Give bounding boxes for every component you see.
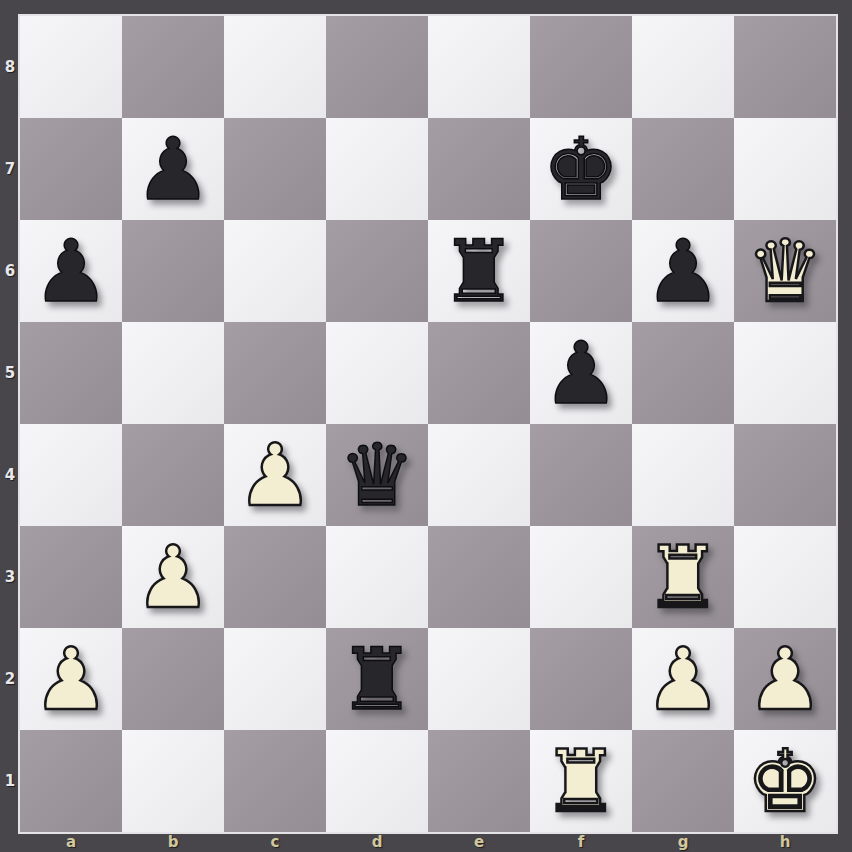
square-e2[interactable] <box>428 628 530 730</box>
square-d4[interactable]: ♛ <box>326 424 428 526</box>
rank-label-3: 3 <box>0 526 20 628</box>
square-e4[interactable] <box>428 424 530 526</box>
board-frame: 87654321 ♟♚♟♜♟♛♟♟♛♟♜♟♜♟♟♜♚ abcdefgh <box>0 0 852 852</box>
rank-label-8: 8 <box>0 16 20 118</box>
square-b6[interactable] <box>122 220 224 322</box>
square-d5[interactable] <box>326 322 428 424</box>
square-g7[interactable] <box>632 118 734 220</box>
piece-black-pawn[interactable]: ♟ <box>530 322 632 424</box>
square-f3[interactable] <box>530 526 632 628</box>
square-d7[interactable] <box>326 118 428 220</box>
square-e8[interactable] <box>428 16 530 118</box>
file-labels: abcdefgh <box>20 832 836 852</box>
square-h2[interactable]: ♟ <box>734 628 836 730</box>
file-label-b: b <box>122 832 224 852</box>
square-a7[interactable] <box>20 118 122 220</box>
file-label-h: h <box>734 832 836 852</box>
square-b4[interactable] <box>122 424 224 526</box>
square-f5[interactable]: ♟ <box>530 322 632 424</box>
square-b5[interactable] <box>122 322 224 424</box>
square-h5[interactable] <box>734 322 836 424</box>
square-g1[interactable] <box>632 730 734 832</box>
square-c8[interactable] <box>224 16 326 118</box>
square-g4[interactable] <box>632 424 734 526</box>
square-a1[interactable] <box>20 730 122 832</box>
square-a5[interactable] <box>20 322 122 424</box>
file-label-c: c <box>224 832 326 852</box>
square-d3[interactable] <box>326 526 428 628</box>
square-b7[interactable]: ♟ <box>122 118 224 220</box>
square-c7[interactable] <box>224 118 326 220</box>
square-a3[interactable] <box>20 526 122 628</box>
square-b8[interactable] <box>122 16 224 118</box>
rank-label-6: 6 <box>0 220 20 322</box>
piece-black-rook[interactable]: ♜ <box>326 628 428 730</box>
chess-board: ♟♚♟♜♟♛♟♟♛♟♜♟♜♟♟♜♚ <box>20 16 836 832</box>
square-d2[interactable]: ♜ <box>326 628 428 730</box>
square-a4[interactable] <box>20 424 122 526</box>
piece-white-pawn[interactable]: ♟ <box>632 628 734 730</box>
square-c5[interactable] <box>224 322 326 424</box>
piece-white-pawn[interactable]: ♟ <box>224 424 326 526</box>
rank-label-2: 2 <box>0 628 20 730</box>
square-d8[interactable] <box>326 16 428 118</box>
square-h4[interactable] <box>734 424 836 526</box>
file-label-d: d <box>326 832 428 852</box>
square-e3[interactable] <box>428 526 530 628</box>
square-c2[interactable] <box>224 628 326 730</box>
square-b3[interactable]: ♟ <box>122 526 224 628</box>
square-f6[interactable] <box>530 220 632 322</box>
piece-white-pawn[interactable]: ♟ <box>122 526 224 628</box>
square-e6[interactable]: ♜ <box>428 220 530 322</box>
file-label-a: a <box>20 832 122 852</box>
square-g5[interactable] <box>632 322 734 424</box>
file-label-e: e <box>428 832 530 852</box>
piece-black-pawn[interactable]: ♟ <box>20 220 122 322</box>
square-a6[interactable]: ♟ <box>20 220 122 322</box>
square-a8[interactable] <box>20 16 122 118</box>
file-label-f: f <box>530 832 632 852</box>
square-g6[interactable]: ♟ <box>632 220 734 322</box>
square-c4[interactable]: ♟ <box>224 424 326 526</box>
square-b2[interactable] <box>122 628 224 730</box>
square-f8[interactable] <box>530 16 632 118</box>
square-e1[interactable] <box>428 730 530 832</box>
square-g2[interactable]: ♟ <box>632 628 734 730</box>
piece-black-king[interactable]: ♚ <box>530 118 632 220</box>
square-g3[interactable]: ♜ <box>632 526 734 628</box>
square-h7[interactable] <box>734 118 836 220</box>
piece-white-pawn[interactable]: ♟ <box>20 628 122 730</box>
square-f7[interactable]: ♚ <box>530 118 632 220</box>
square-h6[interactable]: ♛ <box>734 220 836 322</box>
rank-label-7: 7 <box>0 118 20 220</box>
square-h8[interactable] <box>734 16 836 118</box>
piece-white-queen[interactable]: ♛ <box>734 220 836 322</box>
rank-label-1: 1 <box>0 730 20 832</box>
file-label-g: g <box>632 832 734 852</box>
square-f1[interactable]: ♜ <box>530 730 632 832</box>
square-g8[interactable] <box>632 16 734 118</box>
rank-label-5: 5 <box>0 322 20 424</box>
square-e5[interactable] <box>428 322 530 424</box>
square-c3[interactable] <box>224 526 326 628</box>
piece-white-rook[interactable]: ♜ <box>530 730 632 832</box>
square-d6[interactable] <box>326 220 428 322</box>
square-f4[interactable] <box>530 424 632 526</box>
square-h3[interactable] <box>734 526 836 628</box>
square-e7[interactable] <box>428 118 530 220</box>
piece-black-pawn[interactable]: ♟ <box>632 220 734 322</box>
square-a2[interactable]: ♟ <box>20 628 122 730</box>
piece-white-king[interactable]: ♚ <box>734 730 836 832</box>
square-c6[interactable] <box>224 220 326 322</box>
square-c1[interactable] <box>224 730 326 832</box>
rank-labels: 87654321 <box>0 16 20 832</box>
piece-white-pawn[interactable]: ♟ <box>734 628 836 730</box>
piece-black-queen[interactable]: ♛ <box>326 424 428 526</box>
piece-black-rook[interactable]: ♜ <box>428 220 530 322</box>
square-h1[interactable]: ♚ <box>734 730 836 832</box>
piece-black-pawn[interactable]: ♟ <box>122 118 224 220</box>
piece-white-rook[interactable]: ♜ <box>632 526 734 628</box>
square-f2[interactable] <box>530 628 632 730</box>
rank-label-4: 4 <box>0 424 20 526</box>
square-b1[interactable] <box>122 730 224 832</box>
square-d1[interactable] <box>326 730 428 832</box>
